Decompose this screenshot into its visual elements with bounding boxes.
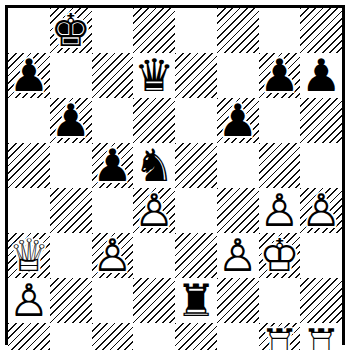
white-pawn-outline-glyph: ♙: [217, 233, 257, 278]
piece-white-rook[interactable]: ♜♖: [259, 323, 301, 350]
square-d7[interactable]: ♛: [133, 53, 175, 98]
square-f3[interactable]: ♟♙: [217, 233, 259, 278]
piece-black-pawn[interactable]: ♟: [50, 98, 92, 143]
square-e8[interactable]: [175, 8, 217, 53]
board-frame: ♚♟♛♟♟♟♟♟♞♟♙♟♙♟♙♛♕♟♙♟♙♚♔♟♙♜♜♖♜♖: [5, 5, 345, 345]
white-pawn-outline-glyph: ♙: [259, 188, 299, 233]
piece-black-pawn[interactable]: ♟: [300, 53, 342, 98]
piece-black-pawn[interactable]: ♟: [92, 143, 134, 188]
square-h8[interactable]: [300, 8, 342, 53]
square-a5[interactable]: [8, 143, 50, 188]
square-f5[interactable]: [217, 143, 259, 188]
square-e6[interactable]: [175, 98, 217, 143]
square-f7[interactable]: [217, 53, 259, 98]
piece-white-pawn[interactable]: ♟♙: [217, 233, 259, 278]
piece-black-rook[interactable]: ♜: [175, 278, 217, 323]
square-f1[interactable]: [217, 323, 259, 350]
white-pawn-outline-glyph: ♙: [301, 188, 341, 233]
white-pawn-outline-glyph: ♙: [134, 188, 174, 233]
square-h5[interactable]: [300, 143, 342, 188]
square-g7[interactable]: ♟: [259, 53, 301, 98]
black-pawn-glyph: ♟: [301, 53, 341, 98]
piece-black-pawn[interactable]: ♟: [8, 53, 50, 98]
square-e4[interactable]: [175, 188, 217, 233]
piece-white-pawn[interactable]: ♟♙: [92, 233, 134, 278]
square-c4[interactable]: [92, 188, 134, 233]
square-b7[interactable]: [50, 53, 92, 98]
piece-white-queen[interactable]: ♛♕: [8, 233, 50, 278]
piece-black-knight[interactable]: ♞: [133, 143, 175, 188]
square-d4[interactable]: ♟♙: [133, 188, 175, 233]
square-b8[interactable]: ♚: [50, 8, 92, 53]
square-g5[interactable]: [259, 143, 301, 188]
black-pawn-glyph: ♟: [217, 98, 257, 143]
square-h6[interactable]: [300, 98, 342, 143]
piece-white-pawn[interactable]: ♟♙: [8, 278, 50, 323]
piece-black-pawn[interactable]: ♟: [259, 53, 301, 98]
square-d8[interactable]: [133, 8, 175, 53]
square-b5[interactable]: [50, 143, 92, 188]
square-d6[interactable]: [133, 98, 175, 143]
white-pawn-outline-glyph: ♙: [9, 278, 49, 323]
square-e3[interactable]: [175, 233, 217, 278]
square-h4[interactable]: ♟♙: [300, 188, 342, 233]
black-knight-glyph: ♞: [134, 143, 174, 188]
white-king-outline-glyph: ♔: [259, 233, 299, 278]
piece-black-queen[interactable]: ♛: [133, 53, 175, 98]
square-f8[interactable]: [217, 8, 259, 53]
square-a7[interactable]: ♟: [8, 53, 50, 98]
square-b6[interactable]: ♟: [50, 98, 92, 143]
square-a2[interactable]: ♟♙: [8, 278, 50, 323]
square-c6[interactable]: [92, 98, 134, 143]
piece-white-king[interactable]: ♚♔: [259, 233, 301, 278]
square-a6[interactable]: [8, 98, 50, 143]
square-f4[interactable]: [217, 188, 259, 233]
black-queen-glyph: ♛: [134, 53, 174, 98]
black-pawn-glyph: ♟: [50, 98, 90, 143]
black-pawn-glyph: ♟: [92, 143, 132, 188]
square-a3[interactable]: ♛♕: [8, 233, 50, 278]
black-rook-glyph: ♜: [176, 278, 216, 323]
white-queen-outline-glyph: ♕: [9, 233, 49, 278]
square-b1[interactable]: [50, 323, 92, 350]
square-d1[interactable]: [133, 323, 175, 350]
black-pawn-glyph: ♟: [9, 53, 49, 98]
piece-white-rook[interactable]: ♜♖: [300, 323, 342, 350]
square-c7[interactable]: [92, 53, 134, 98]
square-d3[interactable]: [133, 233, 175, 278]
square-g4[interactable]: ♟♙: [259, 188, 301, 233]
chess-diagram-page: { "game": "chess", "position": { "fen": …: [0, 0, 350, 350]
square-f6[interactable]: ♟: [217, 98, 259, 143]
black-pawn-glyph: ♟: [259, 53, 299, 98]
piece-white-pawn[interactable]: ♟♙: [259, 188, 301, 233]
square-g2[interactable]: [259, 278, 301, 323]
square-c1[interactable]: [92, 323, 134, 350]
square-a8[interactable]: [8, 8, 50, 53]
square-c2[interactable]: [92, 278, 134, 323]
square-g3[interactable]: ♚♔: [259, 233, 301, 278]
square-e2[interactable]: ♜: [175, 278, 217, 323]
square-g6[interactable]: [259, 98, 301, 143]
square-b2[interactable]: [50, 278, 92, 323]
square-d2[interactable]: [133, 278, 175, 323]
chessboard: ♚♟♛♟♟♟♟♟♞♟♙♟♙♟♙♛♕♟♙♟♙♚♔♟♙♜♜♖♜♖: [8, 8, 342, 342]
black-king-glyph: ♚: [50, 8, 90, 53]
white-pawn-outline-glyph: ♙: [92, 233, 132, 278]
square-h1[interactable]: ♜♖: [300, 323, 342, 350]
square-h7[interactable]: ♟: [300, 53, 342, 98]
square-g1[interactable]: ♜♖: [259, 323, 301, 350]
square-b4[interactable]: [50, 188, 92, 233]
square-c5[interactable]: ♟: [92, 143, 134, 188]
piece-black-king[interactable]: ♚: [50, 8, 92, 53]
square-c3[interactable]: ♟♙: [92, 233, 134, 278]
piece-white-pawn[interactable]: ♟♙: [133, 188, 175, 233]
square-c8[interactable]: [92, 8, 134, 53]
square-g8[interactable]: [259, 8, 301, 53]
square-d5[interactable]: ♞: [133, 143, 175, 188]
square-e1[interactable]: [175, 323, 217, 350]
square-a1[interactable]: [8, 323, 50, 350]
piece-black-pawn[interactable]: ♟: [217, 98, 259, 143]
piece-white-pawn[interactable]: ♟♙: [300, 188, 342, 233]
white-rook-outline-glyph: ♖: [301, 323, 341, 350]
white-rook-outline-glyph: ♖: [259, 323, 299, 350]
square-e5[interactable]: [175, 143, 217, 188]
square-f2[interactable]: [217, 278, 259, 323]
square-h3[interactable]: [300, 233, 342, 278]
square-h2[interactable]: [300, 278, 342, 323]
square-b3[interactable]: [50, 233, 92, 278]
square-e7[interactable]: [175, 53, 217, 98]
square-a4[interactable]: [8, 188, 50, 233]
